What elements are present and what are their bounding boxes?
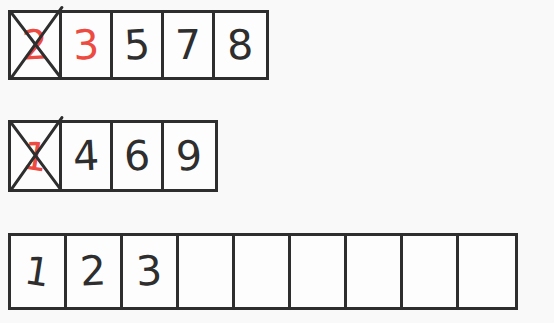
- cell-value: 7: [175, 24, 202, 65]
- cell-value: 5: [123, 24, 151, 66]
- merged-array-cell-1: 1: [11, 236, 67, 307]
- cell-value: 9: [175, 135, 203, 177]
- cell-value: 2: [21, 24, 49, 66]
- merged-array-cell-2: 2: [67, 236, 123, 307]
- top-array-row: 23578: [8, 10, 269, 80]
- middle-array-cell-3: 6: [113, 123, 164, 189]
- merged-array-cell-4: [179, 236, 235, 307]
- top-array-cell-4: 7: [164, 13, 215, 77]
- merged-array-cell-7: [347, 236, 403, 307]
- cell-value: 1: [22, 250, 53, 292]
- cell-value: 3: [72, 24, 100, 66]
- merged-array-row: 123: [8, 233, 518, 310]
- cell-value: 8: [226, 24, 254, 66]
- merged-array-cell-8: [403, 236, 459, 307]
- middle-array-cell-1: 1: [11, 123, 62, 189]
- cell-value: 4: [72, 135, 100, 177]
- merged-array-cell-3: 3: [123, 236, 179, 307]
- cell-value: 2: [79, 250, 107, 292]
- merged-array-cell-6: [291, 236, 347, 307]
- top-array-cell-1: 2: [11, 13, 62, 77]
- middle-array-cell-2: 4: [62, 123, 113, 189]
- merged-array-cell-9: [459, 236, 515, 307]
- middle-array-cell-4: 9: [164, 123, 215, 189]
- top-array-cell-3: 5: [113, 13, 164, 77]
- cell-value: 1: [20, 135, 51, 177]
- top-array-cell-2: 3: [62, 13, 113, 77]
- middle-array-row: 1469: [8, 120, 218, 192]
- cell-value: 3: [135, 250, 163, 292]
- merged-array-cell-5: [235, 236, 291, 307]
- cell-value: 6: [123, 135, 151, 177]
- top-array-cell-5: 8: [215, 13, 266, 77]
